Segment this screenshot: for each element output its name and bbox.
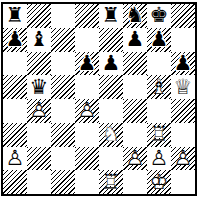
black-rook-icon: ♜ [3,4,27,28]
white-pawn-icon: ♟♙ [171,147,195,171]
square-h3 [171,123,195,147]
square-a3 [3,123,27,147]
square-f7: ♟ [123,28,147,52]
square-d4: ♟♙ [75,99,99,123]
square-d6: ♟ [75,52,99,76]
square-d5 [75,75,99,99]
square-h6: ♟ [171,52,195,76]
square-g5: ♝♗ [147,75,171,99]
square-g6 [147,52,171,76]
square-d7 [75,28,99,52]
square-b1 [27,170,51,194]
square-g8: ♚ [147,4,171,28]
black-queen-icon: ♛ [27,75,51,99]
square-e6: ♟ [99,52,123,76]
square-e4 [99,99,123,123]
white-bishop-icon: ♝♗ [147,75,171,99]
square-a4 [3,99,27,123]
black-pawn-icon: ♟ [123,28,147,52]
square-a2: ♟♙ [3,147,27,171]
square-g4 [147,99,171,123]
square-e3: ♞♘ [99,123,123,147]
square-h5: ♛♕ [171,75,195,99]
square-e2 [99,147,123,171]
black-rook-icon: ♜ [99,4,123,28]
square-g1: ♚♔ [147,170,171,194]
white-rook-icon: ♜♖ [147,123,171,147]
square-h1 [171,170,195,194]
square-c6 [51,52,75,76]
square-c7 [51,28,75,52]
square-c5 [51,75,75,99]
square-d8 [75,4,99,28]
square-b8 [27,4,51,28]
black-king-icon: ♚ [147,4,171,28]
square-e7 [99,28,123,52]
square-f2: ♟♙ [123,147,147,171]
white-pawn-icon: ♟♙ [147,147,171,171]
black-pawn-icon: ♟ [3,28,27,52]
square-h7 [171,28,195,52]
square-c4 [51,99,75,123]
square-a7: ♟ [3,28,27,52]
white-pawn-icon: ♟♙ [123,147,147,171]
square-f5 [123,75,147,99]
white-rook-icon: ♜♖ [99,170,123,194]
square-b7: ♝ [27,28,51,52]
square-g2: ♟♙ [147,147,171,171]
square-c8 [51,4,75,28]
white-pawn-icon: ♟♙ [27,99,51,123]
square-f4 [123,99,147,123]
square-a6 [3,52,27,76]
square-a5 [3,75,27,99]
square-c1 [51,170,75,194]
chess-diagram: ♜♜♞♚♟♝♟♟♟♟♟♛♝♗♛♕♟♙♟♙♞♘♜♖♟♙♟♙♟♙♟♙♜♖♚♔ [0,0,200,198]
black-bishop-icon: ♝ [27,28,51,52]
black-pawn-icon: ♟ [75,52,99,76]
black-pawn-icon: ♟ [171,52,195,76]
square-e5 [99,75,123,99]
black-pawn-icon: ♟ [99,52,123,76]
white-pawn-icon: ♟♙ [3,147,27,171]
square-e1: ♜♖ [99,170,123,194]
square-b2 [27,147,51,171]
square-b5: ♛ [27,75,51,99]
square-b4: ♟♙ [27,99,51,123]
square-b3 [27,123,51,147]
square-f6 [123,52,147,76]
square-a1 [3,170,27,194]
square-h4 [171,99,195,123]
square-e8: ♜ [99,4,123,28]
square-h8 [171,4,195,28]
square-c3 [51,123,75,147]
black-knight-icon: ♞ [123,4,147,28]
square-d1 [75,170,99,194]
white-queen-icon: ♛♕ [171,75,195,99]
chess-board: ♜♜♞♚♟♝♟♟♟♟♟♛♝♗♛♕♟♙♟♙♞♘♜♖♟♙♟♙♟♙♟♙♜♖♚♔ [1,2,197,196]
square-f1 [123,170,147,194]
black-pawn-icon: ♟ [147,28,171,52]
square-a8: ♜ [3,4,27,28]
square-f3 [123,123,147,147]
square-c2 [51,147,75,171]
square-b6 [27,52,51,76]
square-d3 [75,123,99,147]
square-g7: ♟ [147,28,171,52]
square-f8: ♞ [123,4,147,28]
white-knight-icon: ♞♘ [99,123,123,147]
square-d2 [75,147,99,171]
white-pawn-icon: ♟♙ [75,99,99,123]
white-king-icon: ♚♔ [147,170,171,194]
square-h2: ♟♙ [171,147,195,171]
square-g3: ♜♖ [147,123,171,147]
